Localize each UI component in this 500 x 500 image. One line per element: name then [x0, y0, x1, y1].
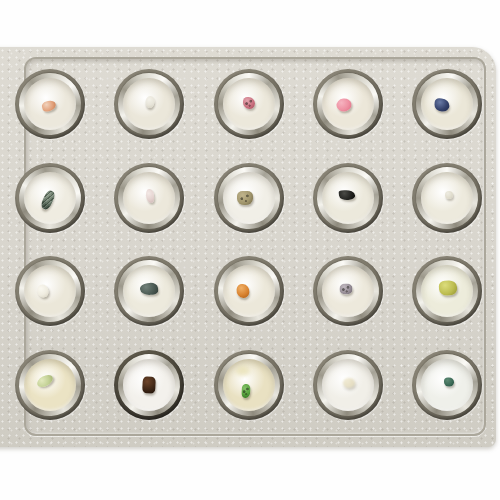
foam-insert [322, 265, 374, 317]
foam-insert [421, 359, 473, 411]
gem-jar [317, 354, 379, 416]
gem-jar [416, 167, 478, 229]
foam-insert [123, 359, 175, 411]
gem-stone [35, 373, 55, 390]
gem-jar [118, 354, 180, 416]
jar-hole [214, 69, 284, 139]
photo-canvas [0, 0, 500, 500]
jar-hole [313, 163, 383, 233]
gem-stone [335, 98, 352, 113]
foam-insert [223, 265, 275, 317]
gem-stone [145, 95, 156, 109]
foam-insert [24, 172, 76, 224]
foam-insert [24, 359, 76, 411]
gem-jar [317, 73, 379, 135]
jar-hole [15, 256, 85, 326]
gem-jar [416, 354, 478, 416]
foam-insert [322, 359, 374, 411]
foam-insert [322, 172, 374, 224]
gem-jar [218, 260, 280, 322]
gem-stone [235, 284, 249, 299]
gem-jar [218, 167, 280, 229]
gem-stone [140, 283, 159, 297]
gem-stone [438, 280, 457, 296]
specimen-grid [15, 69, 482, 420]
gem-stone [146, 188, 155, 203]
gem-jar [416, 260, 478, 322]
gem-stone [39, 188, 57, 210]
gem-jar [218, 73, 280, 135]
foam-insert [24, 78, 76, 130]
gem-jar [317, 260, 379, 322]
foam-insert [223, 172, 275, 224]
jar-hole [412, 350, 482, 420]
gem-jar [118, 260, 180, 322]
gem-jar [317, 167, 379, 229]
gem-stone [142, 376, 156, 394]
jar-hole [313, 350, 383, 420]
foam-insert [322, 78, 374, 130]
jar-hole [412, 256, 482, 326]
jar-hole [114, 350, 184, 420]
foam-insert [421, 265, 473, 317]
jar-hole [15, 69, 85, 139]
jar-hole [114, 69, 184, 139]
gem-jar [118, 167, 180, 229]
gem-stone [241, 384, 251, 398]
jar-hole [15, 163, 85, 233]
foam-insert [421, 78, 473, 130]
jar-hole [412, 69, 482, 139]
jar-hole [313, 256, 383, 326]
gem-stone [343, 378, 355, 388]
gem-stone [36, 284, 49, 299]
gem-stone [444, 377, 454, 386]
jar-hole [214, 256, 284, 326]
jar-hole [412, 163, 482, 233]
jar-hole [313, 69, 383, 139]
gem-stone [237, 191, 253, 205]
gem-smudge [236, 366, 250, 376]
jar-hole [214, 350, 284, 420]
gem-jar [19, 354, 81, 416]
gem-jar [19, 73, 81, 135]
gem-jar [416, 73, 478, 135]
gem-stone [41, 99, 57, 112]
jar-hole [114, 256, 184, 326]
gem-stone [445, 191, 453, 199]
foam-insert [123, 78, 175, 130]
gem-jar [19, 167, 81, 229]
jar-hole [15, 350, 85, 420]
gem-jar [218, 354, 280, 416]
foam-insert [223, 78, 275, 130]
gem-stone [243, 97, 255, 109]
jar-hole [114, 163, 184, 233]
foam-insert [24, 265, 76, 317]
foam-insert [123, 172, 175, 224]
jar-hole [214, 163, 284, 233]
gem-stone [434, 98, 450, 112]
gem-stone [338, 189, 355, 201]
gem-jar [19, 260, 81, 322]
foam-insert [223, 359, 275, 411]
gem-stone [339, 284, 352, 295]
foam-insert [421, 172, 473, 224]
gem-jar [118, 73, 180, 135]
